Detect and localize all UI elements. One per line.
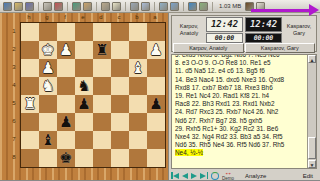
chess-program-window: 1.03 MB hgfedcba 12345678 ♚♟♜♟♟♝♞♞♜♟♟♟♝♚… bbox=[0, 0, 320, 180]
black-player-button[interactable]: Kasparov, Gary bbox=[245, 43, 316, 53]
piece-black-pawn[interactable]: ♟ bbox=[147, 95, 165, 113]
square-b1[interactable] bbox=[129, 23, 147, 41]
open-database-icon[interactable] bbox=[14, 2, 23, 11]
square-a8[interactable] bbox=[147, 149, 165, 167]
square-e7[interactable] bbox=[75, 131, 93, 149]
square-g8[interactable] bbox=[39, 149, 57, 167]
notation-line[interactable]: 11. d5 Na5 12. e4 c6 13. Bg5 f6 bbox=[175, 67, 307, 75]
square-g5[interactable] bbox=[39, 95, 57, 113]
piece-white-pawn[interactable]: ♟ bbox=[39, 59, 57, 77]
current-move-highlight[interactable]: Ne4, ½-½ bbox=[175, 149, 203, 156]
navigation-bar: ↔Demo Analyze Edit bbox=[171, 170, 318, 180]
file-label-h: h bbox=[20, 13, 38, 22]
chess-board[interactable]: ♚♟♜♟♟♝♞♞♜♟♟♟♝♚ bbox=[20, 22, 166, 168]
square-h1[interactable] bbox=[21, 23, 39, 41]
file-label-b: b bbox=[128, 13, 146, 22]
rank-label-3: 3 bbox=[9, 58, 19, 76]
file-label-d: d bbox=[92, 13, 110, 22]
piece-black-pawn[interactable]: ♟ bbox=[57, 113, 75, 131]
black-clock: 12:42 00:00 bbox=[245, 17, 282, 43]
piece-black-rook[interactable]: ♜ bbox=[93, 41, 111, 59]
square-c2[interactable] bbox=[111, 41, 129, 59]
annotation-arrow bbox=[251, 4, 319, 16]
piece-black-pawn[interactable]: ♟ bbox=[75, 95, 93, 113]
square-e6[interactable] bbox=[75, 113, 93, 131]
square-d7[interactable] bbox=[93, 131, 111, 149]
square-f4[interactable] bbox=[57, 77, 75, 95]
square-d5[interactable] bbox=[93, 95, 111, 113]
black-name-line1: Kasparov, bbox=[283, 23, 315, 30]
black-name-line2: Gary bbox=[283, 30, 315, 37]
piece-white-knight[interactable]: ♞ bbox=[39, 77, 57, 95]
autoplay-icon-glyph bbox=[211, 172, 219, 180]
training-icon[interactable] bbox=[54, 2, 63, 11]
square-h8[interactable] bbox=[21, 149, 39, 167]
file-labels: hgfedcba bbox=[20, 13, 164, 22]
back-button-glyph bbox=[182, 173, 188, 179]
forward-button-glyph bbox=[191, 173, 197, 179]
first-move-button[interactable] bbox=[171, 171, 179, 180]
square-f2[interactable]: ♟ bbox=[57, 41, 75, 59]
square-a7[interactable] bbox=[147, 131, 165, 149]
scroll-down-icon[interactable]: ▼ bbox=[308, 160, 316, 168]
square-e4[interactable]: ♞ bbox=[75, 77, 93, 95]
white-clock-secondary: 00:00 bbox=[206, 33, 243, 43]
square-g7[interactable]: ♝ bbox=[39, 131, 57, 149]
player-buttons: Karpov, Anatoly Kasparov, Gary bbox=[172, 42, 316, 54]
first-move-button-glyph bbox=[173, 173, 179, 179]
scroll-up-icon[interactable]: ▲ bbox=[308, 55, 316, 63]
square-e3[interactable] bbox=[75, 59, 93, 77]
square-b7[interactable] bbox=[129, 131, 147, 149]
square-c8[interactable] bbox=[111, 149, 129, 167]
notation-line[interactable]: 8. e3 O-O 9. O-O Re8 10. Re1 e5 bbox=[175, 59, 307, 67]
file-label-e: e bbox=[74, 13, 92, 22]
edit-button[interactable]: Edit bbox=[303, 173, 313, 179]
black-player-name: Kasparov, Gary bbox=[283, 23, 315, 36]
analyze-button[interactable]: Analyze bbox=[245, 173, 266, 179]
annotation-arrow-head bbox=[309, 4, 319, 16]
square-a1[interactable] bbox=[147, 23, 165, 41]
autoplay-icon[interactable] bbox=[211, 171, 219, 180]
notation-line[interactable]: 24. Rd7 Rxc3 25. Rxb7 Nc4 26. Nh2 bbox=[175, 108, 307, 116]
notation-window-icon[interactable] bbox=[112, 2, 121, 11]
file-label-g: g bbox=[38, 13, 56, 22]
right-panel: Karpov, Anatoly 12:42 00:00 12:42 00:00 … bbox=[168, 13, 320, 180]
square-d8[interactable] bbox=[93, 149, 111, 167]
last-move-button-glyph bbox=[207, 172, 209, 179]
rank-label-2: 2 bbox=[9, 40, 19, 58]
review-game-icon[interactable] bbox=[43, 2, 52, 11]
square-d1[interactable] bbox=[93, 23, 111, 41]
notation-line[interactable]: 14. Be3 Nac4 15. dxc6 Nxe3 16. Qxd8 bbox=[175, 76, 307, 84]
square-b2[interactable] bbox=[129, 41, 147, 59]
new-board-icon[interactable] bbox=[3, 2, 12, 11]
clock-panel: Karpov, Anatoly 12:42 00:00 12:42 00:00 … bbox=[171, 15, 317, 52]
forward-button[interactable] bbox=[191, 171, 197, 180]
last-move-button-glyph bbox=[200, 173, 206, 179]
toolbar-separator bbox=[125, 2, 126, 11]
square-f3[interactable] bbox=[57, 59, 75, 77]
toolbar-separator bbox=[154, 2, 155, 11]
board-frame: hgfedcba 12345678 ♚♟♜♟♟♝♞♞♜♟♟♟♝♚ bbox=[0, 13, 168, 180]
square-f6[interactable]: ♟ bbox=[57, 113, 75, 131]
white-player-name: Karpov, Anatoly bbox=[173, 23, 205, 36]
square-c7[interactable] bbox=[111, 131, 129, 149]
last-move-button[interactable] bbox=[200, 171, 208, 180]
demo-button[interactable]: ↔Demo bbox=[222, 171, 234, 180]
demo-button-glyph: Demo bbox=[222, 177, 234, 181]
notation-lines: 5. cxd5 Nxd5 6. Bg2 Nb6 7. Nc3 Nc68. e3 … bbox=[175, 54, 307, 158]
square-f8[interactable]: ♚ bbox=[57, 149, 75, 167]
square-h7[interactable] bbox=[21, 131, 39, 149]
save-game-icon[interactable] bbox=[25, 2, 34, 11]
white-player-button[interactable]: Karpov, Anatoly bbox=[173, 43, 244, 53]
square-f1[interactable] bbox=[57, 23, 75, 41]
square-h4[interactable] bbox=[21, 77, 39, 95]
clock-row: Karpov, Anatoly 12:42 00:00 12:42 00:00 … bbox=[172, 16, 316, 42]
flip-board-icon[interactable] bbox=[72, 2, 81, 11]
square-h6[interactable] bbox=[21, 113, 39, 131]
rank-label-7: 7 bbox=[9, 130, 19, 148]
rank-label-6: 6 bbox=[9, 112, 19, 130]
square-g6[interactable] bbox=[39, 113, 57, 131]
scrollbar[interactable]: ▲ ▼ bbox=[307, 55, 316, 168]
annotation-arrow-shaft bbox=[251, 9, 309, 12]
online-play-icon[interactable] bbox=[170, 2, 179, 11]
rank-label-5: 5 bbox=[9, 94, 19, 112]
network-icon[interactable] bbox=[159, 2, 168, 11]
engine-icon[interactable] bbox=[130, 2, 139, 11]
square-d2[interactable]: ♜ bbox=[93, 41, 111, 59]
square-c6[interactable] bbox=[111, 113, 129, 131]
square-g1[interactable] bbox=[39, 23, 57, 41]
toolbar-separator bbox=[38, 2, 39, 11]
piece-white-bishop[interactable]: ♝ bbox=[129, 59, 147, 77]
scroll-thumb[interactable] bbox=[308, 137, 316, 159]
back-button[interactable] bbox=[182, 171, 188, 180]
board-setup-icon[interactable] bbox=[83, 2, 92, 11]
square-b4[interactable] bbox=[129, 77, 147, 95]
black-clock-secondary: 00:00 bbox=[245, 33, 282, 43]
notation-line[interactable]: Rxd8 17. cxb7 Bxb7 18. Rxe3 Bh6 bbox=[175, 84, 307, 92]
square-f7[interactable] bbox=[57, 131, 75, 149]
square-b5[interactable] bbox=[129, 95, 147, 113]
square-a6[interactable] bbox=[147, 113, 165, 131]
rank-label-8: 8 bbox=[9, 148, 19, 166]
piece-black-bishop[interactable]: ♝ bbox=[39, 131, 57, 149]
square-e5[interactable]: ♟ bbox=[75, 95, 93, 113]
notation-line[interactable]: 29. Rxh5 Rc1+ 30. Kg2 Rc2 31. Be6 bbox=[175, 125, 307, 133]
black-clock-main: 12:42 bbox=[245, 17, 282, 32]
rank-label-1: 1 bbox=[9, 22, 19, 40]
file-label-c: c bbox=[110, 13, 128, 22]
toolbar-separator bbox=[183, 2, 184, 11]
file-label-f: f bbox=[56, 13, 74, 22]
square-f5[interactable] bbox=[57, 95, 75, 113]
white-name-line1: Karpov, bbox=[173, 23, 205, 30]
square-e8[interactable] bbox=[75, 149, 93, 167]
square-c4[interactable] bbox=[111, 77, 129, 95]
square-h2[interactable] bbox=[21, 41, 39, 59]
notation-line[interactable]: Rac8 22. Bh3 Rxd1 23. Rxd1 Nxb2 bbox=[175, 100, 307, 108]
rank-label-4: 4 bbox=[9, 76, 19, 94]
board-window-icon[interactable] bbox=[101, 2, 110, 11]
square-a5[interactable]: ♟ bbox=[147, 95, 165, 113]
toolbar-separator bbox=[96, 2, 97, 11]
square-d4[interactable] bbox=[93, 77, 111, 95]
notation-result-line[interactable]: Ne4, ½-½ bbox=[175, 149, 307, 157]
toolbar-separator bbox=[67, 2, 68, 11]
notation-line[interactable]: Nxe4 32. Ng4 Rd2 33. Bb3 a5 34. Rf5 bbox=[175, 133, 307, 141]
square-c5[interactable] bbox=[111, 95, 129, 113]
square-a2[interactable]: ♟ bbox=[147, 41, 165, 59]
square-g3[interactable]: ♟ bbox=[39, 59, 57, 77]
memory-label: 1.03 MB bbox=[219, 3, 241, 9]
movelist-panel[interactable]: 5. cxd5 Nxd5 6. Bg2 Nb6 7. Nc3 Nc68. e3 … bbox=[171, 54, 317, 169]
globe-icon[interactable] bbox=[188, 2, 197, 11]
piece-white-rook[interactable]: ♜ bbox=[21, 95, 39, 113]
square-g2[interactable]: ♚ bbox=[39, 41, 57, 59]
square-b6[interactable] bbox=[129, 113, 147, 131]
piece-white-pawn[interactable]: ♟ bbox=[57, 41, 75, 59]
white-name-line2: Anatoly bbox=[173, 30, 205, 37]
file-label-a: a bbox=[146, 13, 164, 22]
square-a4[interactable] bbox=[147, 77, 165, 95]
square-e1[interactable] bbox=[75, 23, 93, 41]
square-d6[interactable] bbox=[93, 113, 111, 131]
notation-line[interactable]: Nd6 35. Rh5 Ne4 36. Rf5 Nd6 37. Rh5 bbox=[175, 141, 307, 149]
notation-line[interactable]: 19. Re1 Nc4 20. Rad1 Kf8 21. h4 bbox=[175, 92, 307, 100]
piece-black-king[interactable]: ♚ bbox=[57, 149, 75, 167]
piece-white-king[interactable]: ♚ bbox=[39, 41, 57, 59]
square-e2[interactable] bbox=[75, 41, 93, 59]
piece-white-pawn[interactable]: ♟ bbox=[147, 41, 165, 59]
square-c3[interactable] bbox=[111, 59, 129, 77]
rank-labels: 12345678 bbox=[9, 22, 19, 166]
toolbar-separator bbox=[212, 2, 213, 11]
square-c1[interactable] bbox=[111, 23, 129, 41]
notation-line[interactable]: Nd6 27. Rxh7 Bg7 28. h5 gxh5 bbox=[175, 117, 307, 125]
white-clock: 12:42 00:00 bbox=[206, 17, 243, 43]
white-clock-main: 12:42 bbox=[206, 17, 243, 32]
square-b8[interactable] bbox=[129, 149, 147, 167]
square-d3[interactable] bbox=[93, 59, 111, 77]
clock-icon[interactable] bbox=[199, 2, 208, 11]
square-h5[interactable]: ♜ bbox=[21, 95, 39, 113]
piece-black-knight[interactable]: ♞ bbox=[75, 77, 93, 95]
square-a3[interactable] bbox=[147, 59, 165, 77]
square-g4[interactable]: ♞ bbox=[39, 77, 57, 95]
square-h3[interactable] bbox=[21, 59, 39, 77]
square-b3[interactable]: ♝ bbox=[129, 59, 147, 77]
computer-play-icon[interactable] bbox=[141, 2, 150, 11]
